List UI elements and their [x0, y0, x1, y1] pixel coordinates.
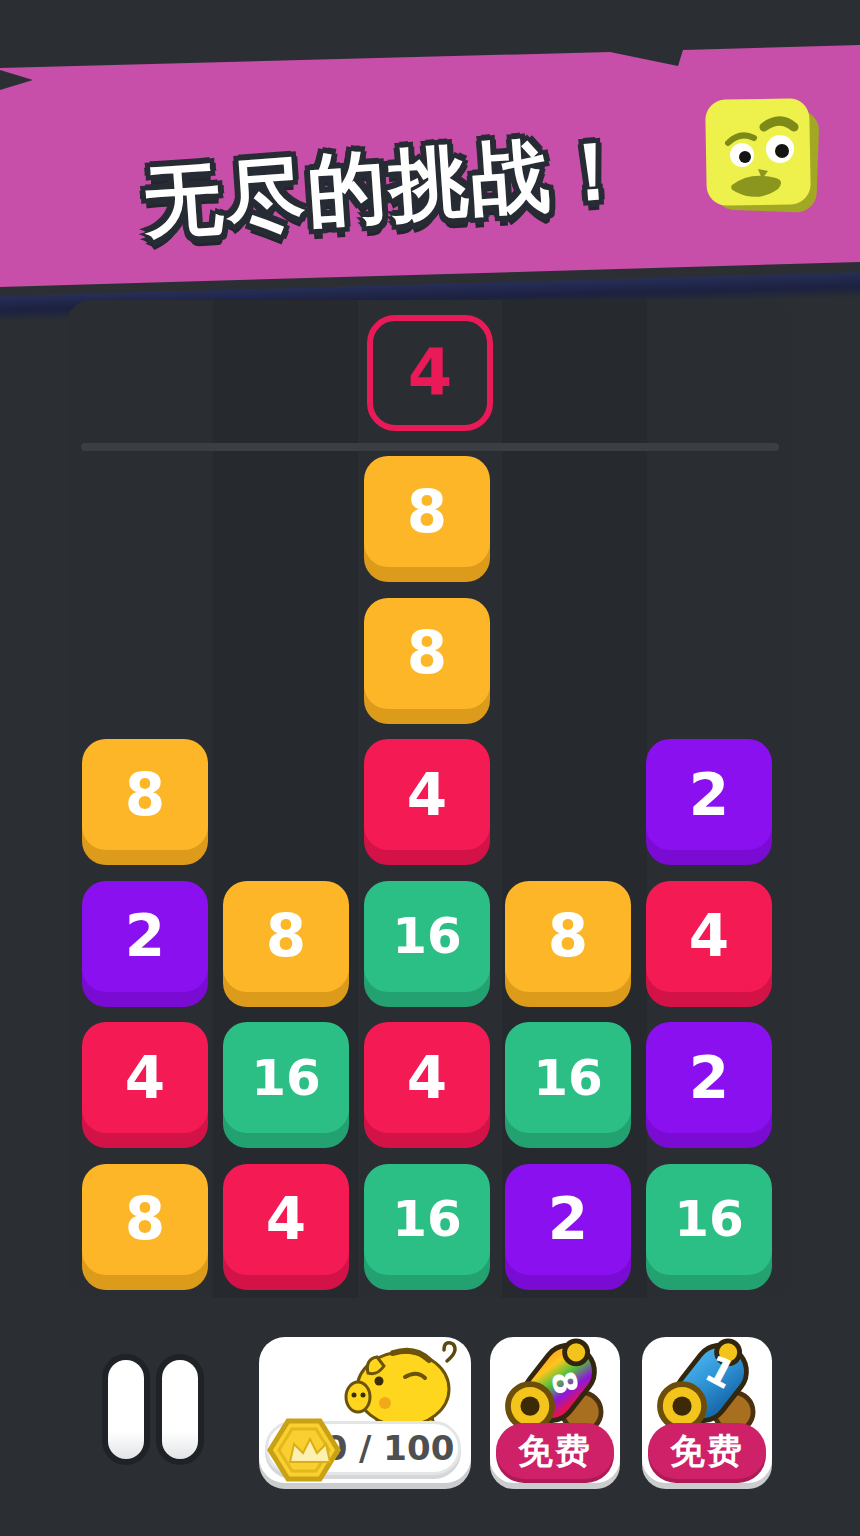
drop-line: [81, 443, 779, 451]
tile-2[interactable]: 2: [646, 1022, 772, 1133]
next-tile-preview[interactable]: 4: [367, 315, 493, 431]
coin-icon: [264, 1410, 344, 1490]
tile-16[interactable]: 16: [505, 1022, 631, 1133]
powerup-infinite-cannon[interactable]: 8 免费: [490, 1337, 620, 1483]
free-button[interactable]: 免费: [496, 1423, 614, 1479]
tile-2[interactable]: 2: [82, 881, 208, 992]
banner-title: 无尽的挑战！: [101, 112, 677, 261]
piggy-bank-icon: [343, 1339, 467, 1433]
tile-8[interactable]: 8: [364, 456, 490, 567]
tile-4[interactable]: 4: [364, 1022, 490, 1133]
game-board[interactable]: 4 8884228168441641628416216: [68, 300, 792, 1298]
tile-8[interactable]: 8: [82, 1164, 208, 1275]
banner: 无尽的挑战！: [0, 40, 860, 330]
banner-ribbon: 无尽的挑战！: [0, 40, 860, 302]
tile-8[interactable]: 8: [223, 881, 349, 992]
tile-4[interactable]: 4: [82, 1022, 208, 1133]
tile-16[interactable]: 16: [646, 1164, 772, 1275]
tile-16[interactable]: 16: [223, 1022, 349, 1133]
tile-2[interactable]: 2: [505, 1164, 631, 1275]
free-button[interactable]: 免费: [648, 1423, 766, 1479]
powerup-single-cannon[interactable]: 1 免费: [642, 1337, 772, 1483]
pause-icon: [162, 1360, 198, 1459]
cannon-single-icon: 1: [648, 1337, 766, 1433]
tile-8[interactable]: 8: [364, 598, 490, 709]
tile-8[interactable]: 8: [82, 739, 208, 850]
tile-8[interactable]: 8: [505, 881, 631, 992]
piggy-bank-card[interactable]: 0 / 100: [259, 1337, 471, 1483]
tile-16[interactable]: 16: [364, 1164, 490, 1275]
game-screen: 无尽的挑战！ 4 8884228168441641628416216: [0, 0, 860, 1536]
cannon-infinite-icon: 8: [496, 1337, 614, 1433]
tile-4[interactable]: 4: [223, 1164, 349, 1275]
coin-progress-pill: 0 / 100: [265, 1421, 461, 1475]
mascot-icon: [700, 95, 824, 217]
tile-16[interactable]: 16: [364, 881, 490, 992]
tile-4[interactable]: 4: [364, 739, 490, 850]
pause-icon: [108, 1360, 144, 1459]
tile-2[interactable]: 2: [646, 739, 772, 850]
pause-button[interactable]: [100, 1352, 210, 1468]
next-tile-value: 4: [408, 341, 453, 405]
banner-fold: [0, 70, 33, 90]
tile-4[interactable]: 4: [646, 881, 772, 992]
